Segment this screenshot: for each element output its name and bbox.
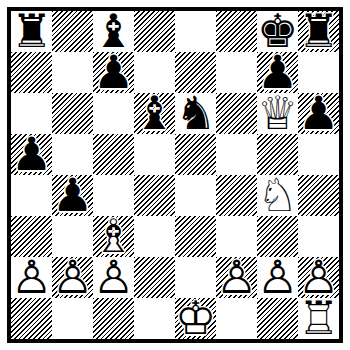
- square-f5[interactable]: [216, 134, 257, 175]
- square-b7[interactable]: [52, 52, 93, 93]
- white-king-piece: ♚♔: [175, 298, 216, 339]
- square-b1[interactable]: [52, 298, 93, 339]
- black-pawn-piece: ♟♟: [52, 175, 93, 216]
- black-bishop-piece: ♝♝: [134, 93, 175, 134]
- black-pawn-piece: ♟♟: [298, 93, 339, 134]
- square-h8[interactable]: ♜♜: [298, 11, 339, 52]
- square-g2[interactable]: ♟♙: [257, 257, 298, 298]
- square-e4[interactable]: [175, 175, 216, 216]
- square-a1[interactable]: [11, 298, 52, 339]
- square-d7[interactable]: [134, 52, 175, 93]
- square-c7[interactable]: ♟♟: [93, 52, 134, 93]
- square-f3[interactable]: [216, 216, 257, 257]
- square-a3[interactable]: [11, 216, 52, 257]
- black-pawn-piece: ♟♟: [93, 52, 134, 93]
- white-rook-piece: ♜♖: [298, 298, 339, 339]
- square-c2[interactable]: ♟♙: [93, 257, 134, 298]
- square-g1[interactable]: [257, 298, 298, 339]
- black-pawn-piece: ♟♟: [11, 134, 52, 175]
- square-a4[interactable]: [11, 175, 52, 216]
- square-f7[interactable]: [216, 52, 257, 93]
- square-h5[interactable]: [298, 134, 339, 175]
- white-bishop-piece: ♝♗: [93, 216, 134, 257]
- square-f2[interactable]: ♟♙: [216, 257, 257, 298]
- square-f1[interactable]: [216, 298, 257, 339]
- square-g6[interactable]: ♛♕: [257, 93, 298, 134]
- white-queen-piece: ♛♕: [257, 93, 298, 134]
- black-bishop-piece: ♝♝: [93, 11, 134, 52]
- square-c1[interactable]: [93, 298, 134, 339]
- black-king-piece: ♚♚: [257, 11, 298, 52]
- square-f8[interactable]: [216, 11, 257, 52]
- white-pawn-piece: ♟♙: [298, 257, 339, 298]
- square-g3[interactable]: [257, 216, 298, 257]
- square-h7[interactable]: [298, 52, 339, 93]
- square-c3[interactable]: ♝♗: [93, 216, 134, 257]
- square-c4[interactable]: [93, 175, 134, 216]
- square-d4[interactable]: [134, 175, 175, 216]
- white-pawn-piece: ♟♙: [11, 257, 52, 298]
- square-h6[interactable]: ♟♟: [298, 93, 339, 134]
- square-g5[interactable]: [257, 134, 298, 175]
- black-knight-piece: ♞♞: [175, 93, 216, 134]
- square-d3[interactable]: [134, 216, 175, 257]
- black-pawn-piece: ♟♟: [257, 52, 298, 93]
- square-b2[interactable]: ♟♙: [52, 257, 93, 298]
- white-pawn-piece: ♟♙: [216, 257, 257, 298]
- square-b3[interactable]: [52, 216, 93, 257]
- square-c8[interactable]: ♝♝: [93, 11, 134, 52]
- square-h4[interactable]: [298, 175, 339, 216]
- square-a7[interactable]: [11, 52, 52, 93]
- white-pawn-piece: ♟♙: [52, 257, 93, 298]
- square-c6[interactable]: [93, 93, 134, 134]
- square-e7[interactable]: [175, 52, 216, 93]
- square-h1[interactable]: ♜♖: [298, 298, 339, 339]
- white-pawn-piece: ♟♙: [93, 257, 134, 298]
- square-e5[interactable]: [175, 134, 216, 175]
- square-d2[interactable]: [134, 257, 175, 298]
- black-rook-piece: ♜♜: [11, 11, 52, 52]
- square-b6[interactable]: [52, 93, 93, 134]
- square-b8[interactable]: [52, 11, 93, 52]
- square-b4[interactable]: ♟♟: [52, 175, 93, 216]
- square-h2[interactable]: ♟♙: [298, 257, 339, 298]
- square-e8[interactable]: [175, 11, 216, 52]
- chess-diagram: ♜♜♝♝♚♚♜♜♟♟♟♟♝♝♞♞♛♕♟♟♟♟♟♟♞♘♝♗♟♙♟♙♟♙♟♙♟♙♟♙…: [0, 0, 350, 350]
- square-b5[interactable]: [52, 134, 93, 175]
- square-h3[interactable]: [298, 216, 339, 257]
- square-e6[interactable]: ♞♞: [175, 93, 216, 134]
- white-knight-piece: ♞♘: [257, 175, 298, 216]
- square-e3[interactable]: [175, 216, 216, 257]
- square-g8[interactable]: ♚♚: [257, 11, 298, 52]
- square-e1[interactable]: ♚♔: [175, 298, 216, 339]
- square-g7[interactable]: ♟♟: [257, 52, 298, 93]
- square-a5[interactable]: ♟♟: [11, 134, 52, 175]
- white-pawn-piece: ♟♙: [257, 257, 298, 298]
- square-e2[interactable]: [175, 257, 216, 298]
- board-frame: ♜♜♝♝♚♚♜♜♟♟♟♟♝♝♞♞♛♕♟♟♟♟♟♟♞♘♝♗♟♙♟♙♟♙♟♙♟♙♟♙…: [7, 7, 343, 343]
- square-f4[interactable]: [216, 175, 257, 216]
- square-c5[interactable]: [93, 134, 134, 175]
- square-d6[interactable]: ♝♝: [134, 93, 175, 134]
- square-d8[interactable]: [134, 11, 175, 52]
- square-a2[interactable]: ♟♙: [11, 257, 52, 298]
- square-f6[interactable]: [216, 93, 257, 134]
- chess-board: ♜♜♝♝♚♚♜♜♟♟♟♟♝♝♞♞♛♕♟♟♟♟♟♟♞♘♝♗♟♙♟♙♟♙♟♙♟♙♟♙…: [11, 11, 339, 339]
- square-g4[interactable]: ♞♘: [257, 175, 298, 216]
- square-d5[interactable]: [134, 134, 175, 175]
- square-a8[interactable]: ♜♜: [11, 11, 52, 52]
- square-d1[interactable]: [134, 298, 175, 339]
- square-a6[interactable]: [11, 93, 52, 134]
- black-rook-piece: ♜♜: [298, 11, 339, 52]
